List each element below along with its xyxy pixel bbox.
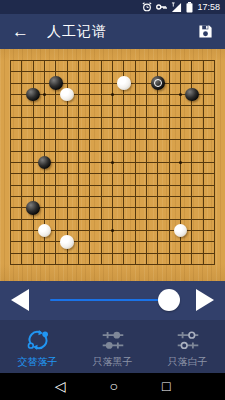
stone-white bbox=[60, 235, 74, 249]
nav-recents-icon[interactable]: □ bbox=[162, 373, 170, 400]
save-icon[interactable] bbox=[198, 24, 213, 39]
stone-black bbox=[26, 88, 40, 102]
mode-alternate-stones[interactable]: 交替落子 bbox=[0, 320, 75, 373]
signal-icon bbox=[171, 2, 182, 13]
mode-toolbar: 交替落子 只落黑子 只落白子 bbox=[0, 320, 225, 373]
star-point bbox=[111, 161, 115, 165]
key-icon bbox=[156, 2, 167, 12]
status-bar: 17:58 bbox=[0, 0, 225, 14]
board-grid[interactable] bbox=[10, 60, 215, 265]
android-nav-bar: ◁ ○ □ bbox=[0, 373, 225, 400]
move-slider-knob[interactable] bbox=[158, 289, 180, 311]
stone-black bbox=[185, 88, 199, 102]
playback-control-bar bbox=[0, 281, 225, 320]
stone-white bbox=[174, 224, 188, 238]
stone-white bbox=[117, 76, 131, 90]
mode-white-only-label: 只落白子 bbox=[168, 356, 208, 367]
stone-black bbox=[49, 76, 63, 90]
star-point bbox=[179, 93, 183, 97]
go-board[interactable] bbox=[0, 49, 225, 281]
mode-white-only[interactable]: 只落白子 bbox=[150, 320, 225, 373]
last-move-marker bbox=[154, 79, 162, 87]
stone-white bbox=[60, 88, 74, 102]
back-arrow-icon[interactable]: ← bbox=[12, 14, 29, 49]
previous-move-button[interactable] bbox=[11, 289, 29, 311]
mode-alternate-label: 交替落子 bbox=[18, 356, 58, 367]
stone-black bbox=[26, 201, 40, 215]
star-point bbox=[179, 161, 183, 165]
mode-black-only-label: 只落黑子 bbox=[93, 356, 133, 367]
nav-home-icon[interactable]: ○ bbox=[109, 373, 117, 400]
stone-white bbox=[38, 224, 52, 238]
swap-stones-icon bbox=[25, 327, 51, 353]
star-point bbox=[43, 93, 47, 97]
stone-black bbox=[38, 156, 52, 170]
star-point bbox=[111, 229, 115, 233]
alarm-icon bbox=[142, 2, 152, 12]
status-time: 17:58 bbox=[197, 0, 220, 14]
next-move-button[interactable] bbox=[196, 289, 214, 311]
mode-black-only[interactable]: 只落黑子 bbox=[75, 320, 150, 373]
app-bar: ← 人工记谱 bbox=[0, 14, 225, 49]
stone-black-last-move bbox=[151, 76, 165, 90]
page-title: 人工记谱 bbox=[47, 23, 198, 41]
black-only-icon bbox=[100, 327, 126, 353]
move-slider-track[interactable] bbox=[50, 299, 169, 301]
star-point bbox=[111, 93, 115, 97]
white-only-icon bbox=[175, 327, 201, 353]
nav-back-icon[interactable]: ◁ bbox=[55, 373, 66, 400]
battery-icon bbox=[186, 2, 193, 13]
